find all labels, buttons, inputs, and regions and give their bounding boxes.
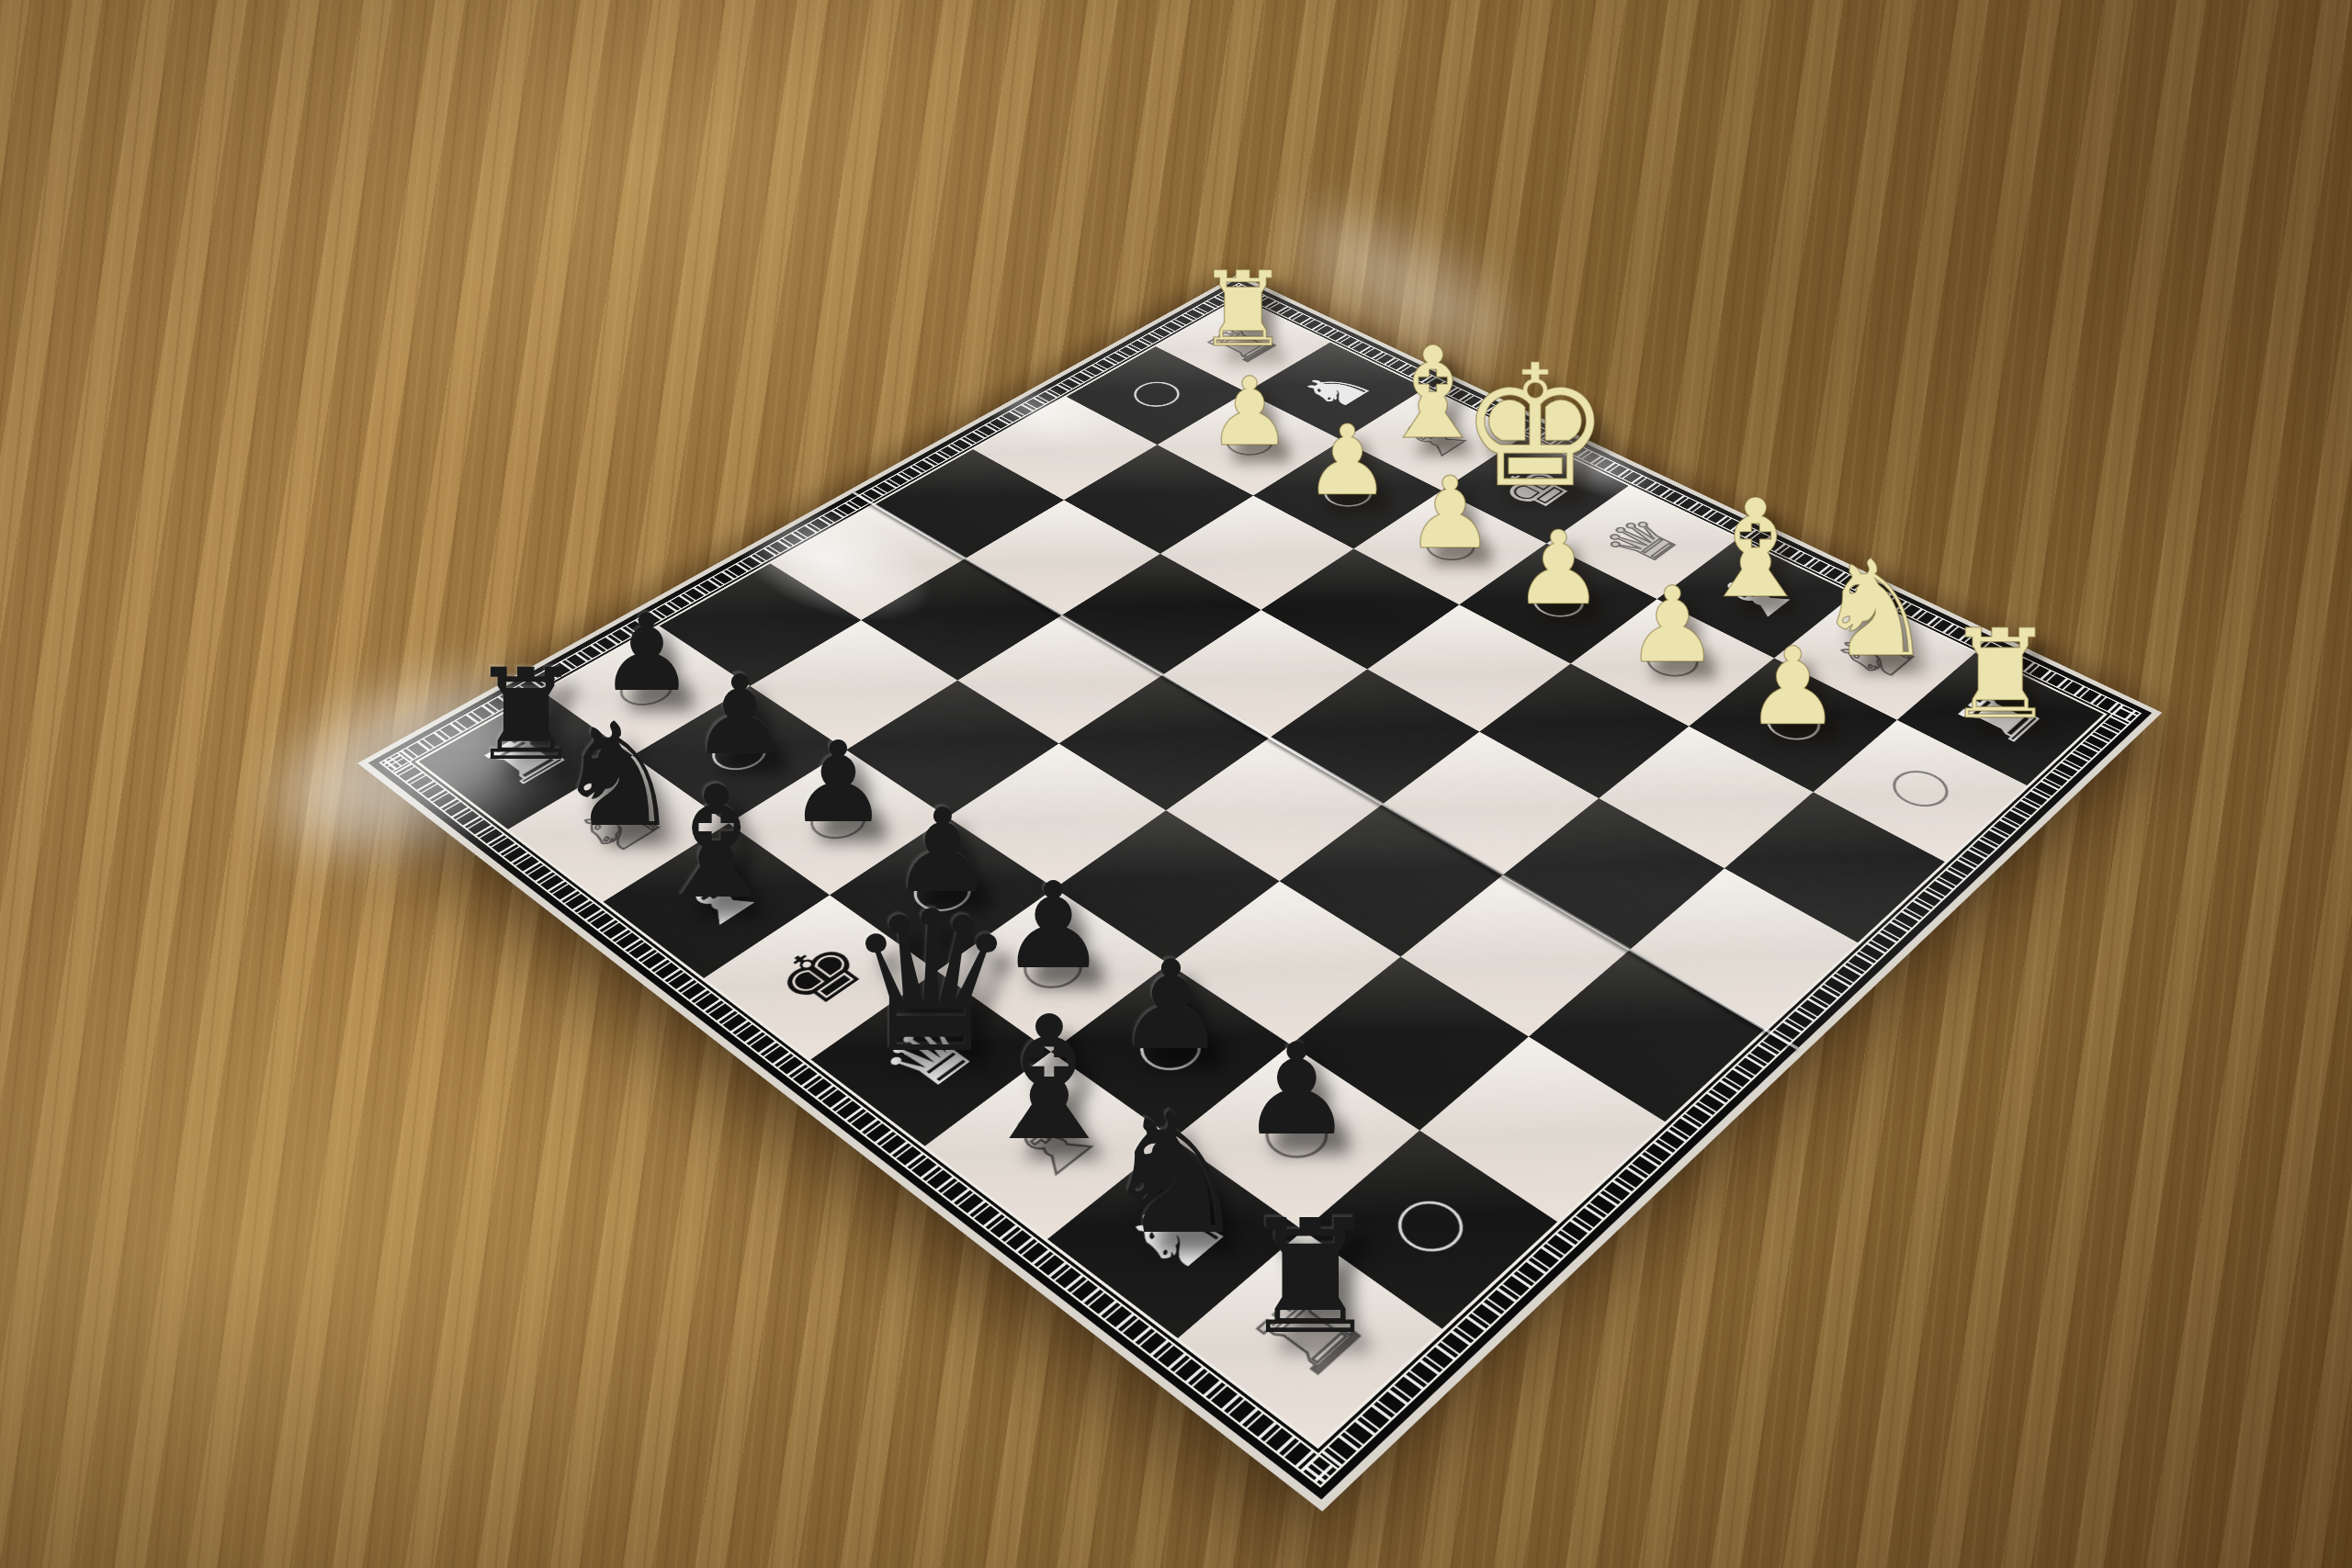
piece-black-knight-b8[interactable]: ♞ xyxy=(1101,1090,1250,1258)
piece-black-pawn-c7[interactable]: ♟ xyxy=(1116,944,1227,1067)
piece-white-pawn-d2[interactable]: ♟ xyxy=(1512,517,1604,619)
piece-black-pawn-f7[interactable]: ♟ xyxy=(788,726,888,838)
printed-pawn-circle-marker-a7 xyxy=(1385,1190,1476,1261)
piece-white-pawn-f2[interactable]: ♟ xyxy=(1304,412,1391,510)
piece-white-pawn-g2[interactable]: ♟ xyxy=(1207,365,1292,459)
piece-black-pawn-h7[interactable]: ♟ xyxy=(599,600,695,706)
piece-white-rook-a1[interactable]: ♜ xyxy=(1945,612,2056,736)
piece-black-bishop-f8[interactable]: ♝ xyxy=(647,764,786,919)
printed-pawn-circle-marker-a2 xyxy=(1882,763,1958,814)
printed-pawn-circle-marker-h2 xyxy=(1125,377,1189,412)
piece-black-rook-a8[interactable]: ♜ xyxy=(1239,1198,1380,1355)
piece-white-pawn-c2[interactable]: ♟ xyxy=(1625,573,1719,678)
photo-of-chess-set: { "game": "chess", "scene": { "descripti… xyxy=(0,0,2352,1568)
piece-white-pawn-e2[interactable]: ♟ xyxy=(1406,464,1495,563)
piece-black-pawn-b7[interactable]: ♟ xyxy=(1239,1027,1353,1154)
piece-white-pawn-b2[interactable]: ♟ xyxy=(1745,633,1841,740)
piece-white-rook-h1[interactable]: ♜ xyxy=(1196,258,1289,362)
